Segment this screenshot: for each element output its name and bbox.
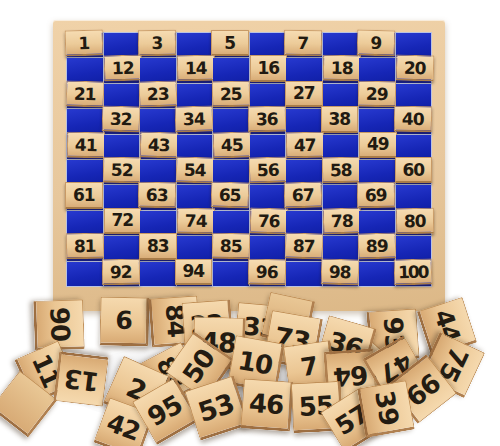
board-cell: 76 — [250, 211, 286, 235]
board-cell — [323, 236, 359, 260]
board-tile-74[interactable]: 74 — [176, 208, 214, 235]
board-cell: 14 — [177, 58, 213, 82]
board-cell: 49 — [359, 135, 395, 159]
board-cell — [250, 236, 286, 260]
board-cell — [359, 262, 395, 286]
board-cell: 7 — [286, 33, 322, 57]
board-cell — [359, 58, 395, 82]
board-cell — [286, 109, 322, 133]
board-tile-14[interactable]: 14 — [176, 55, 214, 82]
board-tile-80[interactable]: 80 — [395, 208, 433, 235]
board-cell: 72 — [104, 211, 140, 235]
board-tile-56[interactable]: 56 — [248, 157, 286, 184]
board-cell: 29 — [359, 84, 395, 108]
board-tile-38[interactable]: 38 — [321, 106, 359, 132]
board-cell — [140, 160, 176, 184]
board-cell: 18 — [323, 58, 359, 82]
board-cell — [213, 262, 249, 286]
board-tile-65[interactable]: 65 — [211, 182, 249, 209]
board-cell — [396, 185, 432, 209]
board-tile-49[interactable]: 49 — [359, 132, 397, 158]
board-cell: 20 — [396, 58, 432, 82]
board-cell — [286, 211, 322, 235]
board-tile-16[interactable]: 16 — [250, 55, 288, 81]
board-cell — [286, 58, 322, 82]
board-tile-7[interactable]: 7 — [284, 30, 322, 57]
board-cell — [140, 262, 176, 286]
board-tile-12[interactable]: 12 — [103, 55, 141, 82]
board-cell: 43 — [140, 135, 176, 159]
board-cell — [177, 135, 213, 159]
board-tile-83[interactable]: 83 — [139, 233, 177, 259]
board-cell: 5 — [213, 33, 249, 57]
board-tile-72[interactable]: 72 — [104, 208, 142, 234]
board-cell — [104, 185, 140, 209]
board-cell: 98 — [323, 262, 359, 286]
loose-tile-6[interactable]: 6 — [100, 297, 150, 347]
board-cell: 1 — [67, 33, 103, 57]
board-tile-63[interactable]: 63 — [138, 182, 176, 209]
board-tile-3[interactable]: 3 — [138, 30, 176, 57]
board-cell — [250, 185, 286, 209]
board-cell: 34 — [177, 109, 213, 133]
board-cell: 45 — [213, 135, 249, 159]
board-tile-45[interactable]: 45 — [213, 131, 251, 158]
board-tile-76[interactable]: 76 — [249, 207, 287, 234]
board-cell: 92 — [104, 262, 140, 286]
board-cell — [396, 84, 432, 108]
board-tile-47[interactable]: 47 — [286, 131, 324, 158]
board-cell — [359, 109, 395, 133]
board-tile-85[interactable]: 85 — [212, 233, 250, 260]
board-cell: 56 — [250, 160, 286, 184]
board-cell: 100 — [396, 262, 432, 286]
board-cell: 23 — [140, 84, 176, 108]
board-tile-5[interactable]: 5 — [211, 30, 249, 56]
board-cell: 60 — [396, 160, 432, 184]
board-tile-92[interactable]: 92 — [101, 258, 139, 285]
board-cell — [140, 109, 176, 133]
board-cell — [359, 211, 395, 235]
board-cell — [140, 211, 176, 235]
board-cell — [323, 185, 359, 209]
board-cell: 52 — [104, 160, 140, 184]
board-cell — [177, 33, 213, 57]
board-cell — [213, 58, 249, 82]
board-cell — [104, 84, 140, 108]
board-tile-52[interactable]: 52 — [102, 157, 140, 184]
board-cell: 41 — [67, 135, 103, 159]
board-tile-54[interactable]: 54 — [175, 157, 213, 184]
board-cell: 81 — [67, 236, 103, 260]
board-cell — [104, 236, 140, 260]
board-cell — [396, 236, 432, 260]
board-tile-94[interactable]: 94 — [175, 259, 213, 285]
loose-tile-39[interactable]: 39 — [357, 380, 415, 438]
board-tile-36[interactable]: 36 — [247, 106, 285, 133]
board-cell: 63 — [140, 185, 176, 209]
board-tile-34[interactable]: 34 — [174, 106, 212, 133]
board-cell: 83 — [140, 236, 176, 260]
board-cell: 54 — [177, 160, 213, 184]
board-tile-58[interactable]: 58 — [321, 157, 359, 184]
board-grid: 1357912141618202123252729323436384041434… — [66, 32, 432, 287]
board-cell — [250, 135, 286, 159]
board-tile-78[interactable]: 78 — [322, 207, 360, 234]
board-cell: 87 — [286, 236, 322, 260]
board-tile-21[interactable]: 21 — [66, 80, 104, 107]
board-tile-27[interactable]: 27 — [285, 81, 323, 107]
board-cell — [177, 185, 213, 209]
board-cell: 67 — [286, 185, 322, 209]
board-cell: 40 — [396, 109, 432, 133]
board-cell — [140, 58, 176, 82]
board-cell: 96 — [250, 262, 286, 286]
board-cell: 74 — [177, 211, 213, 235]
board-tile-81[interactable]: 81 — [66, 233, 104, 260]
board-cell — [67, 109, 103, 133]
board-tile-69[interactable]: 69 — [357, 182, 395, 209]
board-tile-18[interactable]: 18 — [322, 55, 360, 82]
board-cell: 65 — [213, 185, 249, 209]
board-cell: 12 — [104, 58, 140, 82]
board-cell — [323, 84, 359, 108]
board-cell: 21 — [67, 84, 103, 108]
board-cell: 27 — [286, 84, 322, 108]
board-tile-29[interactable]: 29 — [358, 81, 396, 108]
loose-tile-13[interactable]: 13 — [53, 351, 109, 407]
board-cell: 89 — [359, 236, 395, 260]
board-cell — [67, 211, 103, 235]
board-tile-43[interactable]: 43 — [140, 131, 178, 158]
board-cell: 85 — [213, 236, 249, 260]
board-cell: 47 — [286, 135, 322, 159]
product-photo-hundred-board: 1357912141618202123252729323436384041434… — [0, 0, 500, 446]
board-cell: 16 — [250, 58, 286, 82]
board-tile-61[interactable]: 61 — [65, 182, 103, 208]
board-tile-1[interactable]: 1 — [65, 30, 103, 57]
board-cell: 38 — [323, 109, 359, 133]
board-tile-67[interactable]: 67 — [284, 182, 322, 209]
board-tile-20[interactable]: 20 — [395, 55, 433, 82]
board-cell: 32 — [104, 109, 140, 133]
board-cell — [67, 58, 103, 82]
board-tile-9[interactable]: 9 — [357, 30, 395, 57]
board-cell: 9 — [359, 33, 395, 57]
board-cell — [250, 33, 286, 57]
board-cell: 61 — [67, 185, 103, 209]
board-tile-25[interactable]: 25 — [212, 81, 250, 108]
board-cell — [359, 160, 395, 184]
hundred-board-frame: 1357912141618202123252729323436384041434… — [53, 20, 445, 311]
board-tile-40[interactable]: 40 — [393, 106, 431, 133]
board-cell — [67, 160, 103, 184]
board-cell — [213, 109, 249, 133]
board-cell — [177, 236, 213, 260]
board-cell — [396, 135, 432, 159]
board-cell: 78 — [323, 211, 359, 235]
board-cell — [286, 262, 322, 286]
board-cell — [104, 135, 140, 159]
board-tile-32[interactable]: 32 — [101, 106, 139, 133]
board-cell: 3 — [140, 33, 176, 57]
loose-tile-46[interactable]: 46 — [240, 378, 293, 431]
board-tile-41[interactable]: 41 — [67, 131, 105, 158]
board-tile-87[interactable]: 87 — [285, 233, 323, 260]
board-tile-89[interactable]: 89 — [358, 233, 396, 260]
board-cell: 94 — [177, 262, 213, 286]
board-cell — [67, 262, 103, 286]
board-tile-100[interactable]: 100 — [393, 258, 431, 285]
board-tile-96[interactable]: 96 — [247, 258, 285, 285]
board-tile-60[interactable]: 60 — [395, 157, 433, 183]
board-cell: 58 — [323, 160, 359, 184]
board-cell — [323, 135, 359, 159]
board-cell: 25 — [213, 84, 249, 108]
board-cell — [323, 33, 359, 57]
board-tile-98[interactable]: 98 — [320, 258, 358, 285]
board-cell — [250, 84, 286, 108]
board-cell: 80 — [396, 211, 432, 235]
board-cell — [177, 84, 213, 108]
board-cell: 36 — [250, 109, 286, 133]
board-tile-23[interactable]: 23 — [139, 80, 177, 107]
board-cell: 69 — [359, 185, 395, 209]
board-cell — [213, 211, 249, 235]
